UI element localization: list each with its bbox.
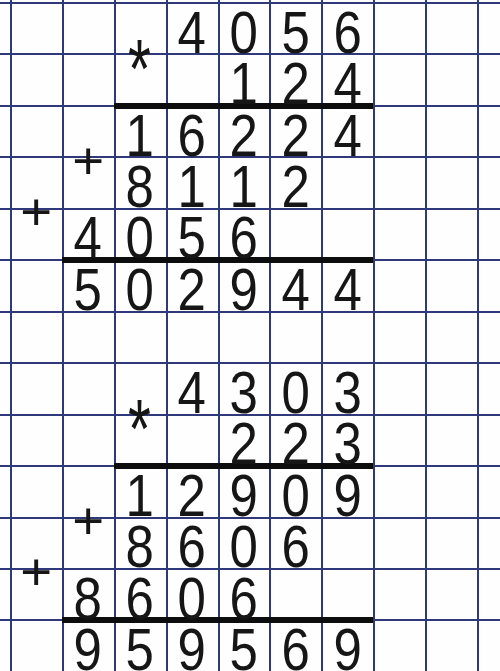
plus-sign: + (10, 517, 62, 568)
operator-glyph: + (20, 186, 52, 238)
digit-glyph: 4 (281, 260, 309, 320)
digit-glyph: 2 (177, 260, 205, 320)
operator-glyph: + (72, 495, 104, 547)
digit-cell: 2 (269, 157, 321, 208)
digit-cell: 5 (166, 209, 218, 260)
digit-cell: 5 (62, 260, 114, 311)
digit-glyph: 4 (333, 260, 361, 320)
digit-glyph: 4 (333, 106, 361, 166)
digit-cell: 4 (321, 106, 373, 157)
digit-cell: 8 (62, 569, 114, 620)
digit-cell: 9 (321, 620, 373, 671)
digit-cell: 1 (114, 466, 166, 517)
digit-cell: 9 (166, 620, 218, 671)
digit-cell: 0 (269, 466, 321, 517)
digit-cell: 2 (269, 106, 321, 157)
digit-cell: 6 (321, 3, 373, 54)
digit-glyph: 9 (177, 620, 205, 671)
digit-cell: 2 (166, 466, 218, 517)
digit-cell: 9 (321, 466, 373, 517)
digit-glyph: 4 (177, 363, 205, 423)
digit-glyph: 0 (126, 260, 154, 320)
digit-cell: 3 (321, 363, 373, 414)
digit-glyph: 6 (281, 517, 309, 577)
digit-glyph: 5 (126, 620, 154, 671)
digit-cell: 0 (218, 3, 270, 54)
digit-cell: 2 (166, 260, 218, 311)
digit-cell: 2 (218, 106, 270, 157)
worksheet-grid: *4056124+16224+81124056502944*4303223+12… (10, 3, 477, 671)
digit-cell: 9 (62, 620, 114, 671)
digit-glyph: 9 (333, 620, 361, 671)
digit-cell: 8 (114, 157, 166, 208)
digit-glyph: 4 (177, 3, 205, 63)
plus-sign: + (10, 157, 62, 208)
operator-glyph: * (128, 387, 151, 470)
operator-glyph: * (128, 27, 151, 110)
digit-cell: 4 (321, 260, 373, 311)
digit-cell: 1 (218, 157, 270, 208)
multiply-sign: * (114, 3, 166, 54)
digit-cell: 1 (114, 106, 166, 157)
digit-cell: 6 (218, 209, 270, 260)
digit-cell: 5 (269, 3, 321, 54)
digit-cell: 4 (166, 363, 218, 414)
digit-glyph: 6 (281, 620, 309, 671)
digit-cell: 4 (166, 3, 218, 54)
digit-cell: 6 (218, 569, 270, 620)
digit-cell: 0 (218, 517, 270, 568)
digit-glyph: 5 (229, 620, 257, 671)
digit-cell: 0 (269, 363, 321, 414)
digit-cell: 6 (269, 620, 321, 671)
digit-cell: 2 (218, 415, 270, 466)
digit-glyph: 9 (74, 620, 102, 671)
digit-cell: 2 (269, 54, 321, 105)
digit-cell: 6 (166, 106, 218, 157)
digit-cell: 1 (166, 157, 218, 208)
digit-cell: 4 (321, 54, 373, 105)
digit-cell: 9 (218, 260, 270, 311)
digit-cell: 6 (114, 569, 166, 620)
digit-cell: 2 (269, 415, 321, 466)
digit-cell: 8 (114, 517, 166, 568)
digit-cell: 3 (218, 363, 270, 414)
digit-glyph: 5 (74, 260, 102, 320)
digit-glyph: 2 (281, 157, 309, 217)
digit-cell: 4 (62, 209, 114, 260)
digit-cell: 1 (218, 54, 270, 105)
digit-cell: 5 (218, 620, 270, 671)
operator-glyph: + (20, 546, 52, 598)
operator-glyph: + (72, 135, 104, 187)
digit-glyph: 9 (229, 260, 257, 320)
squared-paper-sheet: *4056124+16224+81124056502944*4303223+12… (0, 0, 500, 671)
digit-glyph: 9 (333, 466, 361, 526)
plus-sign: + (62, 106, 114, 157)
multiply-sign: * (114, 363, 166, 414)
digit-cell: 4 (269, 260, 321, 311)
digit-cell: 0 (114, 209, 166, 260)
digit-cell: 6 (269, 517, 321, 568)
digit-cell: 0 (166, 569, 218, 620)
digit-cell: 9 (218, 466, 270, 517)
digit-cell: 5 (114, 620, 166, 671)
digit-cell: 0 (114, 260, 166, 311)
digit-cell: 3 (321, 415, 373, 466)
digit-cell: 6 (166, 517, 218, 568)
plus-sign: + (62, 466, 114, 517)
